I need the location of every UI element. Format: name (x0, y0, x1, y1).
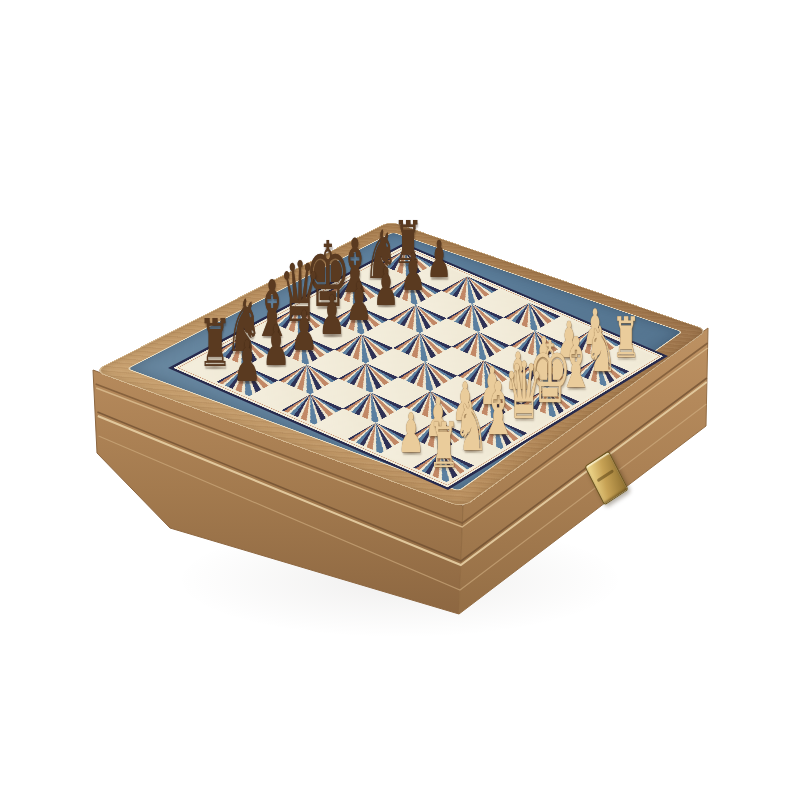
product-photo-scene: ♜♞♝♛♚♝♞♜♟♟♟♟♟♟♟♟♟♟♟♟♟♟♟♟♜♞♝♛♚♝♞♜ (0, 0, 800, 800)
